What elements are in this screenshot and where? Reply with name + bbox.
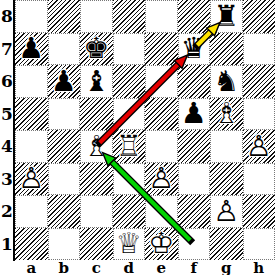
- square-c8[interactable]: [80, 0, 113, 33]
- black-pawn-backing: ♟: [48, 65, 81, 98]
- black-bishop-backing: ♝: [81, 66, 112, 97]
- square-b7[interactable]: [48, 33, 81, 66]
- square-a1[interactable]: [15, 228, 48, 261]
- square-d5[interactable]: [113, 98, 146, 131]
- white-bishop-icon: ♗: [81, 131, 112, 162]
- square-h3[interactable]: [243, 163, 276, 196]
- rank-label-2: 2: [0, 195, 14, 228]
- white-pawn-icon: ♙: [211, 196, 242, 227]
- square-b1[interactable]: [48, 228, 81, 261]
- black-queen-backing: ♛: [179, 34, 210, 65]
- square-f6[interactable]: [178, 65, 211, 98]
- square-a3[interactable]: ♟♙: [15, 163, 48, 196]
- square-h5[interactable]: [243, 98, 276, 131]
- file-label-f: f: [178, 259, 211, 275]
- square-d2[interactable]: [113, 195, 146, 228]
- square-h2[interactable]: [243, 195, 276, 228]
- black-pawn-icon: ♟: [15, 33, 48, 66]
- square-a4[interactable]: [15, 130, 48, 163]
- file-label-c: c: [80, 259, 113, 275]
- file-labels: abcdefgh: [15, 259, 275, 275]
- black-pawn-icon: ♟: [48, 65, 81, 98]
- white-bishop-backing: ♝: [210, 98, 243, 131]
- chess-diagram: 87654321 ♜♜♟♟♚♚♛♛♟♟♝♝♞♞♟♟♝♗♝♗♜♖♟♙♟♙♟♙♟♙♛…: [0, 0, 275, 275]
- square-g5[interactable]: ♝♗: [210, 98, 243, 131]
- square-c1[interactable]: [80, 228, 113, 261]
- square-e5[interactable]: [145, 98, 178, 131]
- square-h6[interactable]: [243, 65, 276, 98]
- square-c3[interactable]: [80, 163, 113, 196]
- white-bishop-backing: ♝: [81, 131, 112, 162]
- square-c7[interactable]: ♚♚: [80, 33, 113, 66]
- white-bishop-icon: ♗: [210, 98, 243, 131]
- black-pawn-backing: ♟: [179, 99, 210, 130]
- square-g1[interactable]: [210, 228, 243, 261]
- white-king-icon: ♔: [145, 228, 178, 261]
- black-pawn-backing: ♟: [15, 33, 48, 66]
- square-d7[interactable]: [113, 33, 146, 66]
- square-h1[interactable]: [243, 228, 276, 261]
- square-f7[interactable]: ♛♛: [178, 33, 211, 66]
- square-d6[interactable]: [113, 65, 146, 98]
- square-h4[interactable]: ♟♙: [243, 130, 276, 163]
- square-b3[interactable]: [48, 163, 81, 196]
- square-e8[interactable]: [145, 0, 178, 33]
- square-a6[interactable]: [15, 65, 48, 98]
- square-b8[interactable]: [48, 0, 81, 33]
- black-knight-backing: ♞: [211, 66, 242, 97]
- file-label-g: g: [210, 259, 243, 275]
- square-g8[interactable]: ♜♜: [210, 0, 243, 33]
- square-e2[interactable]: [145, 195, 178, 228]
- square-d3[interactable]: [113, 163, 146, 196]
- rank-labels: 87654321: [0, 0, 14, 260]
- square-b4[interactable]: [48, 130, 81, 163]
- black-pawn-icon: ♟: [179, 99, 210, 130]
- rank-label-3: 3: [0, 163, 14, 196]
- square-c2[interactable]: [80, 195, 113, 228]
- square-f2[interactable]: [178, 195, 211, 228]
- white-queen-icon: ♕: [114, 229, 145, 260]
- square-f1[interactable]: [178, 228, 211, 261]
- square-b5[interactable]: [48, 98, 81, 131]
- chess-board: ♜♜♟♟♚♚♛♛♟♟♝♝♞♞♟♟♝♗♝♗♜♖♟♙♟♙♟♙♟♙♛♕♚♔: [15, 0, 275, 260]
- square-a7[interactable]: ♟♟: [15, 33, 48, 66]
- black-king-backing: ♚: [80, 33, 113, 66]
- square-g4[interactable]: [210, 130, 243, 163]
- black-rook-icon: ♜: [211, 1, 242, 32]
- white-pawn-backing: ♟: [15, 163, 48, 196]
- square-d8[interactable]: [113, 0, 146, 33]
- square-h8[interactable]: [243, 0, 276, 33]
- black-bishop-icon: ♝: [81, 66, 112, 97]
- black-knight-icon: ♞: [211, 66, 242, 97]
- square-b6[interactable]: ♟♟: [48, 65, 81, 98]
- square-g7[interactable]: [210, 33, 243, 66]
- square-e3[interactable]: ♟♙: [145, 163, 178, 196]
- square-a5[interactable]: [15, 98, 48, 131]
- square-f5[interactable]: ♟♟: [178, 98, 211, 131]
- file-label-a: a: [15, 259, 48, 275]
- square-g3[interactable]: [210, 163, 243, 196]
- rank-label-5: 5: [0, 98, 14, 131]
- square-g6[interactable]: ♞♞: [210, 65, 243, 98]
- square-h7[interactable]: [243, 33, 276, 66]
- rank-label-7: 7: [0, 33, 14, 66]
- black-king-icon: ♚: [80, 33, 113, 66]
- white-king-backing: ♚: [145, 228, 178, 261]
- black-queen-icon: ♛: [179, 34, 210, 65]
- square-b2[interactable]: [48, 195, 81, 228]
- white-pawn-icon: ♙: [145, 163, 178, 196]
- white-pawn-icon: ♙: [243, 130, 276, 163]
- square-c6[interactable]: ♝♝: [80, 65, 113, 98]
- rank-label-1: 1: [0, 228, 14, 261]
- white-rook-icon: ♖: [113, 130, 146, 163]
- file-label-h: h: [243, 259, 276, 275]
- file-label-b: b: [48, 259, 81, 275]
- square-a2[interactable]: [15, 195, 48, 228]
- white-queen-backing: ♛: [114, 229, 145, 260]
- file-label-d: d: [113, 259, 146, 275]
- square-a8[interactable]: [15, 0, 48, 33]
- white-pawn-backing: ♟: [243, 130, 276, 163]
- file-label-e: e: [145, 259, 178, 275]
- square-e1[interactable]: ♚♔: [145, 228, 178, 261]
- white-pawn-backing: ♟: [211, 196, 242, 227]
- square-d1[interactable]: ♛♕: [113, 228, 146, 261]
- white-pawn-backing: ♟: [145, 163, 178, 196]
- black-rook-backing: ♜: [211, 1, 242, 32]
- rank-label-8: 8: [0, 0, 14, 33]
- square-f8[interactable]: [178, 0, 211, 33]
- square-e4[interactable]: [145, 130, 178, 163]
- square-f3[interactable]: [178, 163, 211, 196]
- rank-label-6: 6: [0, 65, 14, 98]
- square-c4[interactable]: ♝♗: [80, 130, 113, 163]
- square-e6[interactable]: [145, 65, 178, 98]
- square-e7[interactable]: [145, 33, 178, 66]
- square-g2[interactable]: ♟♙: [210, 195, 243, 228]
- white-pawn-icon: ♙: [15, 163, 48, 196]
- square-c5[interactable]: [80, 98, 113, 131]
- square-d4[interactable]: ♜♖: [113, 130, 146, 163]
- rank-label-4: 4: [0, 130, 14, 163]
- white-rook-backing: ♜: [113, 130, 146, 163]
- square-f4[interactable]: [178, 130, 211, 163]
